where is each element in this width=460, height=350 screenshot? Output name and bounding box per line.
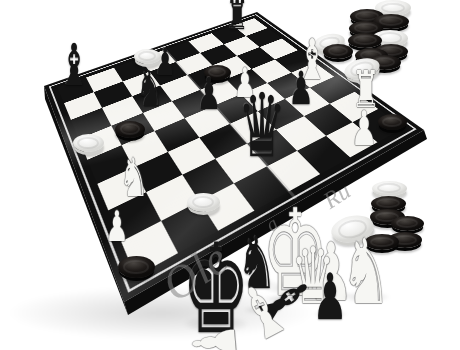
black-pawn-2: ♟ <box>197 72 221 116</box>
white-pawn-3: ♟ <box>105 206 128 248</box>
white-checker-2 <box>73 134 104 152</box>
pile-bottom-white-checker-0 <box>372 181 407 196</box>
black-pawn-3: ♟ <box>288 65 314 111</box>
white-knight: ♞ <box>119 151 148 204</box>
black-bishop: ♝ <box>58 36 90 94</box>
black-queen: ♛ <box>238 82 287 170</box>
black-knight: ♞ <box>136 64 164 114</box>
white-pawn-2: ♟ <box>351 104 378 152</box>
black-rook: ♜ <box>226 0 248 35</box>
black-pawn-standing: ♟ <box>312 265 348 329</box>
pile-top-black-checker-2 <box>348 33 382 48</box>
white-knight-standing: ♞ <box>341 227 391 317</box>
scene: Ole a Ru ♜♝♟♞♟♟♛♝♟♜♟♞♟♚♞♚♛♟♟♞♝♝♟ <box>0 0 460 350</box>
white-pawn-lying: ♟ <box>185 323 246 350</box>
white-checker-3 <box>187 193 220 212</box>
black-checker-2 <box>378 114 407 130</box>
pile-bottom-black-checker-4 <box>391 216 424 231</box>
black-checker-4 <box>118 256 155 278</box>
black-checker-3 <box>115 121 145 138</box>
